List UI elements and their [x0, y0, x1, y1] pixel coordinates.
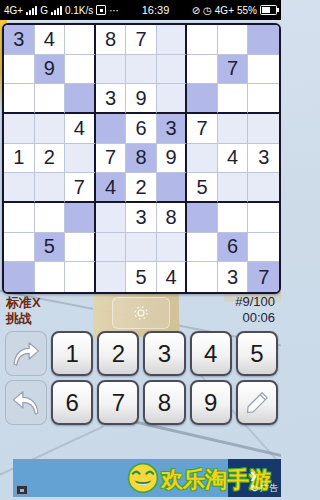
pencil-icon: [243, 389, 271, 417]
undo-button[interactable]: [5, 380, 47, 425]
cell-r8c7[interactable]: [187, 233, 218, 263]
cell-r6c3[interactable]: 7: [65, 173, 96, 203]
cell-r1c1[interactable]: 3: [4, 25, 35, 55]
pencil-notes-button[interactable]: [236, 380, 278, 425]
settings-button[interactable]: [112, 297, 170, 329]
cell-r8c3[interactable]: [65, 233, 96, 263]
digit-button-5[interactable]: 5: [236, 331, 278, 376]
cell-r3c3[interactable]: [65, 84, 96, 114]
cell-r8c8[interactable]: 6: [218, 233, 249, 263]
cell-r9c6[interactable]: 4: [157, 262, 188, 292]
cell-r3c6[interactable]: [157, 84, 188, 114]
cell-r6c4[interactable]: 4: [96, 173, 127, 203]
cell-r4c8[interactable]: [218, 114, 249, 144]
cell-r4c6[interactable]: 3: [157, 114, 188, 144]
cell-r8c2[interactable]: 5: [35, 233, 66, 263]
cell-r8c1[interactable]: [4, 233, 35, 263]
network-type-label: 4G+: [4, 5, 23, 16]
cell-r9c7[interactable]: [187, 262, 218, 292]
redo-button[interactable]: [5, 331, 47, 376]
mute-icon: ⊘: [192, 5, 200, 16]
battery-percent: 55%: [237, 5, 257, 16]
cell-r3c4[interactable]: 3: [96, 84, 127, 114]
cell-r2c3[interactable]: [65, 55, 96, 85]
cell-r9c2[interactable]: [35, 262, 66, 292]
digit-button-2[interactable]: 2: [97, 331, 139, 376]
screenshot-icon: [96, 5, 106, 15]
cell-r4c2[interactable]: [35, 114, 66, 144]
signal-bars-icon: [26, 6, 37, 15]
ad-refresh-icon: ↻: [251, 483, 259, 494]
cell-r4c1[interactable]: [4, 114, 35, 144]
cell-r1c8[interactable]: [218, 25, 249, 55]
cell-r4c9[interactable]: [248, 114, 279, 144]
cell-r6c5[interactable]: 2: [126, 173, 157, 203]
challenge-label: 挑战: [6, 310, 32, 328]
cell-r5c8[interactable]: 4: [218, 144, 249, 174]
cell-r3c5[interactable]: 9: [126, 84, 157, 114]
cell-r9c8[interactable]: 3: [218, 262, 249, 292]
cell-r9c5[interactable]: 5: [126, 262, 157, 292]
cell-r2c9[interactable]: [248, 55, 279, 85]
cell-r6c6[interactable]: [157, 173, 188, 203]
cell-r9c9[interactable]: 7: [248, 262, 279, 292]
digit-button-8[interactable]: 8: [143, 380, 185, 425]
cell-r8c9[interactable]: [248, 233, 279, 263]
network-type-label-3: 4G+: [215, 5, 234, 16]
digit-button-7[interactable]: 7: [97, 380, 139, 425]
network-type-label-2: G: [40, 5, 48, 16]
cell-r3c2[interactable]: [35, 84, 66, 114]
cell-r5c3[interactable]: [65, 144, 96, 174]
cell-r7c6[interactable]: 8: [157, 203, 188, 233]
cell-r2c1[interactable]: [4, 55, 35, 85]
cell-r3c7[interactable]: [187, 84, 218, 114]
alarm-icon: ◷: [203, 5, 212, 16]
cell-r3c9[interactable]: [248, 84, 279, 114]
cell-r2c6[interactable]: [157, 55, 188, 85]
cell-r4c4[interactable]: [96, 114, 127, 144]
cell-r5c7[interactable]: [187, 144, 218, 174]
cell-r4c5[interactable]: 6: [126, 114, 157, 144]
cell-r2c5[interactable]: [126, 55, 157, 85]
cell-r5c9[interactable]: 3: [248, 144, 279, 174]
cell-r4c3[interactable]: 4: [65, 114, 96, 144]
network-speed: 0.1K/s: [65, 5, 93, 16]
number-pad-row-2: 6 7 8 9: [5, 380, 278, 425]
cell-r8c4[interactable]: [96, 233, 127, 263]
digit-button-6[interactable]: 6: [51, 380, 93, 425]
cell-r6c2[interactable]: [35, 173, 66, 203]
digit-button-1[interactable]: 1: [51, 331, 93, 376]
cell-r7c8[interactable]: [218, 203, 249, 233]
ad-banner[interactable]: 欢乐淘手游 › ↻ 广告: [13, 459, 281, 497]
cell-r1c7[interactable]: [187, 25, 218, 55]
cell-r7c3[interactable]: [65, 203, 96, 233]
ad-label-text: 广告: [260, 482, 278, 495]
cell-r5c2[interactable]: 2: [35, 144, 66, 174]
number-pad-row-1: 1 2 3 4 5: [5, 331, 278, 376]
cell-r4c7[interactable]: 7: [187, 114, 218, 144]
cell-r8c5[interactable]: [126, 233, 157, 263]
cell-r7c1[interactable]: [4, 203, 35, 233]
gear-icon: [132, 304, 150, 322]
cell-r3c1[interactable]: [4, 84, 35, 114]
digit-button-9[interactable]: 9: [190, 380, 232, 425]
battery-icon: [260, 5, 277, 15]
digit-button-3[interactable]: 3: [143, 331, 185, 376]
cell-r2c4[interactable]: [96, 55, 127, 85]
cell-r9c1[interactable]: [4, 262, 35, 292]
cell-r7c2[interactable]: [35, 203, 66, 233]
cell-r5c4[interactable]: 7: [96, 144, 127, 174]
cell-r6c9[interactable]: [248, 173, 279, 203]
cell-r1c2[interactable]: 4: [35, 25, 66, 55]
cell-r1c9[interactable]: [248, 25, 279, 55]
cell-r3c8[interactable]: [218, 84, 249, 114]
redo-arrow-icon: [11, 340, 41, 368]
ad-provider-icon: [16, 485, 28, 495]
clock-time: 16:39: [122, 4, 188, 16]
cell-r5c6[interactable]: 9: [157, 144, 188, 174]
cell-r8c6[interactable]: [157, 233, 188, 263]
cell-r1c4[interactable]: 8: [96, 25, 127, 55]
cell-r1c5[interactable]: 7: [126, 25, 157, 55]
cell-r7c7[interactable]: [187, 203, 218, 233]
digit-button-4[interactable]: 4: [190, 331, 232, 376]
cell-r2c2[interactable]: 9: [35, 55, 66, 85]
undo-arrow-icon: [11, 389, 41, 417]
cell-r9c4[interactable]: [96, 262, 127, 292]
cell-r6c8[interactable]: [218, 173, 249, 203]
cell-r1c6[interactable]: [157, 25, 188, 55]
status-bar: 4G+ G 0.1K/s ⋯ 16:39 ⊘ ◷ 4G+ 55%: [0, 0, 281, 20]
cell-r7c5[interactable]: 3: [126, 203, 157, 233]
cell-r7c4[interactable]: [96, 203, 127, 233]
puzzle-progress: #9/100: [235, 294, 275, 309]
cell-r5c5[interactable]: 8: [126, 144, 157, 174]
ad-label: ↻ 广告: [251, 482, 278, 495]
cell-r1c3[interactable]: [65, 25, 96, 55]
more-dots-icon: ⋯: [109, 5, 119, 16]
game-timer: 00:06: [242, 310, 275, 325]
cell-r2c7[interactable]: [187, 55, 218, 85]
cell-r2c8[interactable]: 7: [218, 55, 249, 85]
sudoku-board: 3487973946371278943742538565437: [2, 23, 281, 294]
cell-r6c1[interactable]: [4, 173, 35, 203]
cell-r7c9[interactable]: [248, 203, 279, 233]
cell-r5c1[interactable]: 1: [4, 144, 35, 174]
signal-bars-icon-2: [51, 6, 62, 15]
cell-r9c3[interactable]: [65, 262, 96, 292]
cell-r6c7[interactable]: 5: [187, 173, 218, 203]
ad-smiley-logo-icon: [126, 461, 160, 495]
